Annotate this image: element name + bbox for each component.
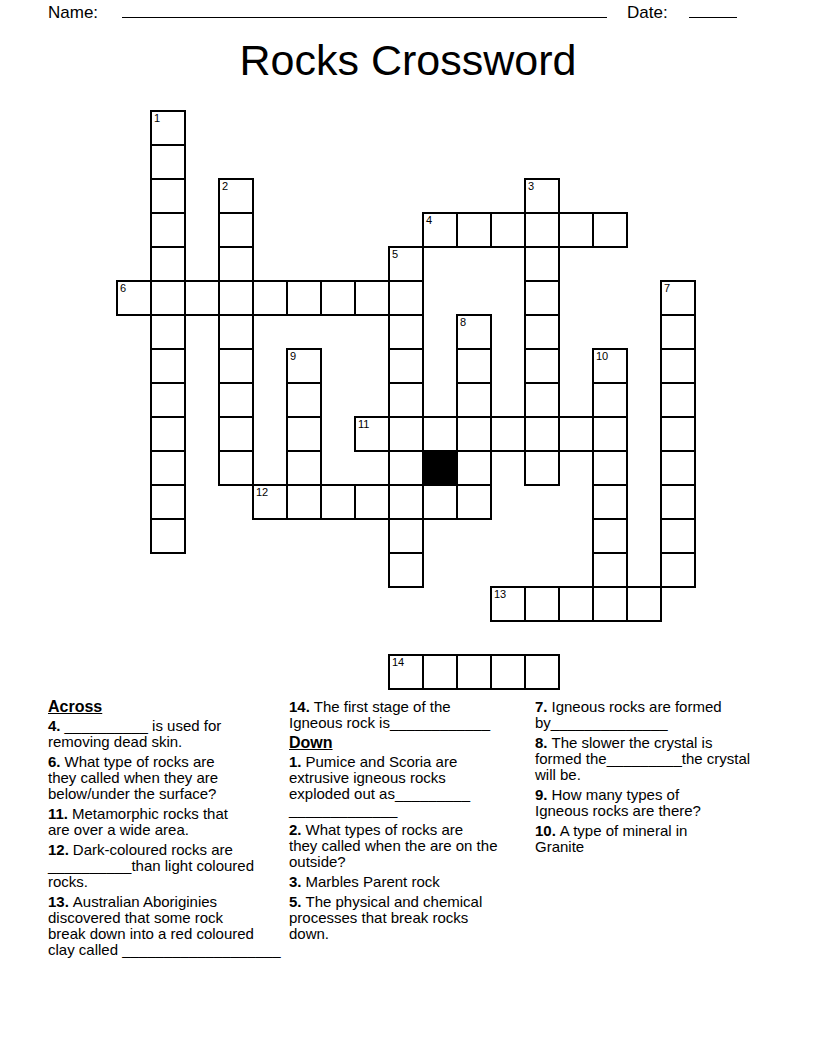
- grid-cell[interactable]: [150, 178, 186, 214]
- grid-cell[interactable]: [626, 586, 662, 622]
- clue-number-label: 8.: [535, 734, 548, 751]
- grid-cell[interactable]: [524, 586, 560, 622]
- grid-cell[interactable]: [524, 314, 560, 350]
- clue-text: Dark-coloured rocks are __________than l…: [48, 841, 254, 890]
- grid-cell[interactable]: [660, 348, 696, 384]
- grid-cell[interactable]: [388, 348, 424, 384]
- grid-cell[interactable]: [286, 484, 322, 520]
- clue-number-label: 10.: [535, 822, 556, 839]
- grid-cell[interactable]: [592, 518, 628, 554]
- grid-cell[interactable]: [218, 382, 254, 418]
- grid-cell[interactable]: [524, 280, 560, 316]
- puzzle-title: Rocks Crossword: [0, 36, 816, 85]
- grid-cell[interactable]: [286, 450, 322, 486]
- grid-cell[interactable]: [388, 280, 424, 316]
- clue-text: The physical and chemical processes that…: [289, 893, 482, 942]
- grid-cell[interactable]: [422, 416, 458, 452]
- clue: 12.Dark-coloured rocks are __________tha…: [48, 842, 296, 890]
- grid-cell[interactable]: [592, 484, 628, 520]
- clue-number-label: 4.: [48, 717, 61, 734]
- grid-cell[interactable]: [660, 552, 696, 588]
- grid-cell[interactable]: [184, 280, 220, 316]
- clue-number-label: 7.: [535, 698, 548, 715]
- clue-column-right: 7.Igneous rocks are formed by___________…: [535, 699, 781, 859]
- clue: 11.Metamorphic rocks that are over a wid…: [48, 806, 296, 838]
- clue-text: Marbles Parent rock: [306, 873, 440, 890]
- clue-number-label: 5.: [289, 893, 302, 910]
- grid-cell[interactable]: [150, 144, 186, 180]
- grid-cell[interactable]: [456, 382, 492, 418]
- grid-cell[interactable]: [150, 348, 186, 384]
- grid-cell[interactable]: [524, 382, 560, 418]
- grid-cell[interactable]: [660, 382, 696, 418]
- worksheet-page: Name: Date: Rocks Crossword 123456789101…: [0, 0, 816, 1056]
- grid-cell[interactable]: [388, 382, 424, 418]
- grid-cell[interactable]: 3: [524, 178, 560, 214]
- grid-cell[interactable]: [286, 382, 322, 418]
- clue: 5.The physical and chemical processes th…: [289, 894, 545, 942]
- grid-cell[interactable]: [524, 348, 560, 384]
- clue-text: How many types of Igneous rocks are ther…: [535, 786, 701, 819]
- grid-cell[interactable]: [592, 212, 628, 248]
- name-blank-line[interactable]: [122, 1, 607, 18]
- grid-cell[interactable]: [456, 212, 492, 248]
- grid-cell[interactable]: [218, 212, 254, 248]
- grid-cell[interactable]: [388, 416, 424, 452]
- clue-list-heading: Across: [48, 699, 296, 715]
- clue-number-label: 11.: [48, 805, 68, 822]
- crossword-grid: 1234567891011121314: [117, 111, 696, 690]
- grid-cell[interactable]: [286, 280, 322, 316]
- grid-cell[interactable]: [354, 280, 390, 316]
- clue-text: Australian Aboriginies discovered that s…: [48, 893, 281, 958]
- clue-text: Igneous rocks are formed by_____________…: [535, 698, 722, 731]
- grid-cell[interactable]: 10: [592, 348, 628, 384]
- grid-cell[interactable]: [490, 212, 526, 248]
- clue-number: 13: [494, 588, 506, 600]
- grid-cell[interactable]: [150, 246, 186, 282]
- grid-cell[interactable]: 12: [252, 484, 288, 520]
- clue-column-across: Across4.__________ is used for removing …: [48, 699, 296, 962]
- grid-cell[interactable]: [218, 450, 254, 486]
- grid-cell[interactable]: [490, 416, 526, 452]
- grid-cell[interactable]: [592, 586, 628, 622]
- grid-cell[interactable]: [456, 654, 492, 690]
- grid-cell[interactable]: [218, 416, 254, 452]
- clue-number: 10: [596, 350, 608, 362]
- grid-cell[interactable]: 7: [660, 280, 696, 316]
- clue: 13.Australian Aboriginies discovered tha…: [48, 894, 296, 958]
- grid-cell[interactable]: [150, 382, 186, 418]
- grid-cell[interactable]: 5: [388, 246, 424, 282]
- grid-cell[interactable]: [524, 654, 560, 690]
- clue-number-label: 6.: [48, 753, 61, 770]
- grid-cell[interactable]: [592, 450, 628, 486]
- grid-cell[interactable]: [524, 416, 560, 452]
- grid-cell[interactable]: 9: [286, 348, 322, 384]
- date-label: Date:: [627, 3, 668, 23]
- grid-cell[interactable]: [660, 484, 696, 520]
- clue: 4.__________ is used for removing dead s…: [48, 718, 296, 750]
- clue-text: The first stage of the Igneous rock is__…: [289, 698, 490, 731]
- grid-cell[interactable]: [422, 654, 458, 690]
- clue-text: __________ is used for removing dead ski…: [48, 717, 221, 750]
- grid-cell[interactable]: [592, 552, 628, 588]
- grid-cell[interactable]: [660, 416, 696, 452]
- grid-cell[interactable]: 4: [422, 212, 458, 248]
- grid-cell[interactable]: [150, 518, 186, 554]
- grid-cell[interactable]: [456, 450, 492, 486]
- grid-cell[interactable]: [218, 348, 254, 384]
- clue-number: 6: [120, 282, 126, 294]
- grid-cell[interactable]: [490, 654, 526, 690]
- grid-cell[interactable]: [660, 450, 696, 486]
- grid-cell[interactable]: [388, 552, 424, 588]
- clue: 8.The slower the crystal is formed the__…: [535, 735, 781, 783]
- grid-cell[interactable]: [388, 450, 424, 486]
- grid-cell[interactable]: [558, 416, 594, 452]
- grid-cell[interactable]: [388, 314, 424, 350]
- grid-cell[interactable]: [150, 416, 186, 452]
- grid-cell[interactable]: [388, 518, 424, 554]
- clue: 2.What types of rocks are they called wh…: [289, 822, 545, 870]
- grid-cell[interactable]: [592, 416, 628, 452]
- grid-cell[interactable]: [524, 246, 560, 282]
- clue-number: 11: [358, 418, 369, 430]
- clue-number-label: 2.: [289, 821, 302, 838]
- clue-number-label: 14.: [289, 698, 310, 715]
- clue-text: Metamorphic rocks that are over a wide a…: [48, 805, 228, 838]
- grid-cell[interactable]: [150, 280, 186, 316]
- grid-cell[interactable]: [456, 484, 492, 520]
- clue-number: 14: [392, 656, 404, 668]
- clue-number: 4: [426, 214, 432, 226]
- clue: 10.A type of mineral in Granite: [535, 823, 781, 855]
- clue-number-label: 3.: [289, 873, 302, 890]
- name-label: Name:: [48, 3, 98, 23]
- clue-number-label: 9.: [535, 786, 548, 803]
- grid-cell[interactable]: [558, 586, 594, 622]
- grid-cell[interactable]: [150, 212, 186, 248]
- grid-cell[interactable]: [320, 484, 356, 520]
- clue: 7.Igneous rocks are formed by___________…: [535, 699, 781, 731]
- grid-cell[interactable]: [354, 484, 390, 520]
- clue: 1.Pumice and Scoria are extrusive igneou…: [289, 754, 545, 818]
- clue-number: 1: [154, 112, 160, 124]
- clue-number: 7: [664, 282, 670, 294]
- grid-cell[interactable]: [558, 212, 594, 248]
- grid-cell[interactable]: 6: [116, 280, 152, 316]
- grid-cell[interactable]: [660, 314, 696, 350]
- clue-column-middle: 14.The first stage of the Igneous rock i…: [289, 699, 545, 946]
- grid-cell[interactable]: 2: [218, 178, 254, 214]
- grid-cell[interactable]: [320, 280, 356, 316]
- grid-cell[interactable]: [456, 348, 492, 384]
- clue-number: 9: [290, 350, 296, 362]
- grid-cell[interactable]: [422, 484, 458, 520]
- grid-cell[interactable]: [524, 212, 560, 248]
- clue-list-heading: Down: [289, 735, 545, 751]
- clue: 14.The first stage of the Igneous rock i…: [289, 699, 545, 731]
- clue-text: Pumice and Scoria are extrusive igneous …: [289, 753, 470, 818]
- grid-cell[interactable]: [218, 246, 254, 282]
- clue-text: What types of rocks are they called when…: [289, 821, 497, 870]
- grid-cell[interactable]: 13: [490, 586, 526, 622]
- grid-cell[interactable]: [592, 382, 628, 418]
- clue-number: 5: [392, 248, 398, 260]
- grid-cell[interactable]: [388, 484, 424, 520]
- clue-number-label: 12.: [48, 841, 69, 858]
- grid-cell[interactable]: [218, 314, 254, 350]
- clue: 9.How many types of Igneous rocks are th…: [535, 787, 781, 819]
- grid-cell[interactable]: 8: [456, 314, 492, 350]
- grid-cell[interactable]: 11: [354, 416, 390, 452]
- clue: 6.What type of rocks are they called whe…: [48, 754, 296, 802]
- grid-cell[interactable]: [150, 484, 186, 520]
- clue-number: 3: [528, 180, 534, 192]
- grid-cell[interactable]: [150, 450, 186, 486]
- grid-cell[interactable]: [524, 450, 560, 486]
- grid-cell[interactable]: [456, 416, 492, 452]
- clue-number: 12: [256, 486, 268, 498]
- grid-cell[interactable]: 1: [150, 110, 186, 146]
- clue-number-label: 1.: [289, 753, 302, 770]
- clue-number: 8: [460, 316, 466, 328]
- clue-number-label: 13.: [48, 893, 69, 910]
- grid-cell[interactable]: [252, 280, 288, 316]
- grid-cell[interactable]: [660, 518, 696, 554]
- grid-cell[interactable]: [150, 314, 186, 350]
- grid-cell[interactable]: 14: [388, 654, 424, 690]
- date-blank-line[interactable]: [689, 1, 737, 18]
- clue-number: 2: [222, 180, 228, 192]
- clue-text: The slower the crystal is formed the____…: [535, 734, 750, 783]
- clue-text: What type of rocks are they called when …: [48, 753, 218, 802]
- grid-cell[interactable]: [286, 416, 322, 452]
- clue: 3.Marbles Parent rock: [289, 874, 545, 890]
- grid-cell[interactable]: [218, 280, 254, 316]
- clue-text: A type of mineral in Granite: [535, 822, 687, 855]
- black-cell: [422, 450, 458, 486]
